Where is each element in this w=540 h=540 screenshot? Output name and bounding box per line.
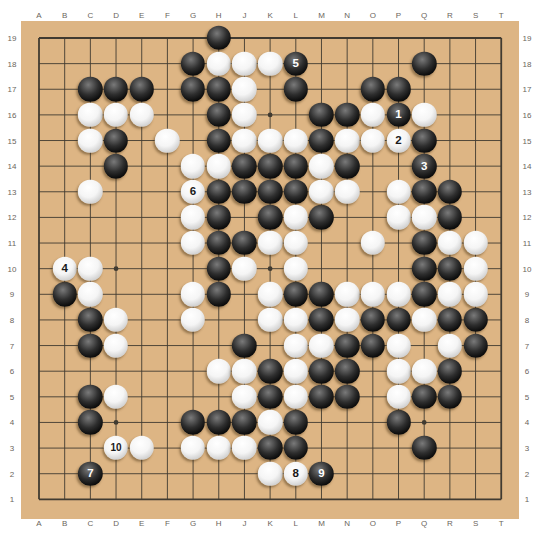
coord-number-right: 8 [525,315,529,324]
move-number-label: 8 [293,468,299,480]
coord-number-right: 12 [523,213,532,222]
move-number-label: 9 [318,468,324,480]
coord-letter-bottom: A [36,519,41,528]
coord-number-left: 11 [8,239,16,248]
coord-letter-bottom: D [113,519,119,528]
coord-letter-bottom: L [294,519,298,528]
coord-letter-bottom: K [267,519,272,528]
coord-letter-bottom: M [318,519,325,528]
star-point [114,266,119,271]
coord-number-right: 2 [525,469,529,478]
coord-number-right: 18 [523,59,532,68]
star-point [422,420,427,425]
move-number-label: 3 [421,160,427,172]
coord-number-right: 17 [523,85,532,94]
coord-letter-top: G [190,11,196,20]
coord-letter-top: S [473,11,478,20]
coord-number-left: 16 [8,110,17,119]
coord-letter-top: F [165,11,170,20]
coord-letter-top: K [267,11,272,20]
coord-number-left: 8 [10,315,14,324]
star-point [268,112,273,117]
coord-letter-top: H [216,11,222,20]
coord-number-left: 10 [8,264,17,273]
coord-letter-bottom: Q [421,519,427,528]
coord-letter-bottom: B [62,519,67,528]
coord-number-left: 17 [8,85,17,94]
coord-number-left: 4 [10,418,14,427]
move-number-label: 2 [395,135,401,147]
coord-number-left: 18 [8,59,17,68]
coord-letter-bottom: H [216,519,222,528]
star-point [114,420,119,425]
coord-number-left: 7 [10,341,14,350]
coord-letter-bottom: T [499,519,504,528]
coord-number-left: 5 [10,392,14,401]
coord-number-right: 3 [525,444,529,453]
coord-letter-top: C [87,11,93,20]
coord-number-left: 12 [8,213,17,222]
star-point [268,266,273,271]
coord-number-right: 9 [525,290,529,299]
coord-letter-top: J [242,11,246,20]
coord-number-right: 1 [525,495,529,504]
move-number-label: 6 [190,186,196,198]
coord-letter-top: T [499,11,504,20]
move-number-label: 4 [61,263,67,275]
coord-letter-bottom: G [190,519,196,528]
coord-letter-top: M [318,11,325,20]
coord-letter-top: Q [421,11,427,20]
coord-letter-bottom: F [165,519,170,528]
coord-number-left: 1 [10,495,14,504]
coord-letter-top: R [447,11,453,20]
coord-letter-bottom: E [139,519,144,528]
coord-letter-top: D [113,11,119,20]
coord-number-left: 6 [10,367,14,376]
coord-letter-top: E [139,11,144,20]
coord-number-right: 16 [523,110,532,119]
coord-number-left: 14 [8,162,17,171]
coord-letter-top: P [396,11,401,20]
coord-letter-bottom: S [473,519,478,528]
coord-number-right: 4 [525,418,529,427]
coord-letter-top: N [344,11,350,20]
coord-number-left: 9 [10,290,14,299]
coord-number-right: 6 [525,367,529,376]
coord-letter-top: L [294,11,298,20]
coord-number-right: 5 [525,392,529,401]
coord-number-right: 19 [523,34,532,43]
coord-number-right: 10 [523,264,532,273]
coord-number-left: 19 [8,34,17,43]
coord-letter-bottom: O [370,519,376,528]
coord-number-right: 7 [525,341,529,350]
coord-letter-top: B [62,11,67,20]
coord-number-right: 15 [523,136,532,145]
coord-number-left: 3 [10,444,14,453]
coord-number-right: 14 [523,162,532,171]
coord-number-left: 2 [10,469,14,478]
move-number-label: 7 [87,468,93,480]
coord-number-left: 13 [8,187,17,196]
coord-letter-bottom: C [87,519,93,528]
coord-letter-bottom: P [396,519,401,528]
coord-letter-bottom: R [447,519,453,528]
coord-letter-top: A [36,11,41,20]
coord-letter-bottom: N [344,519,350,528]
coord-number-right: 13 [523,187,532,196]
coord-letter-bottom: J [242,519,246,528]
go-diagram-page: AABBCCDDEEFFGGHHJJKKLLMMNNOOPPQQRRSSTT19… [0,0,540,540]
coord-number-left: 15 [8,136,17,145]
move-number-label: 1 [395,109,401,121]
coord-number-right: 11 [523,239,531,248]
move-number-label: 10 [110,443,121,453]
move-number-label: 5 [293,58,299,70]
coord-letter-top: O [370,11,376,20]
